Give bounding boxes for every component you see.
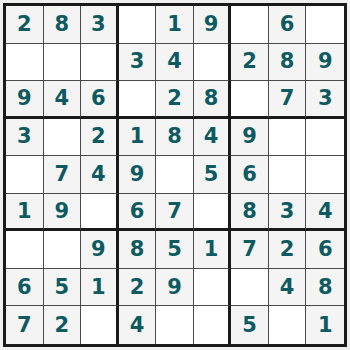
sudoku-cell-r8c4[interactable]: 2	[119, 269, 157, 307]
sudoku-cell-r3c5[interactable]: 2	[156, 81, 194, 119]
sudoku-cell-r6c5[interactable]: 7	[156, 194, 194, 232]
sudoku-cell-r9c6[interactable]	[194, 306, 232, 344]
sudoku-cell-r5c9[interactable]	[306, 156, 344, 194]
sudoku-board: 2831963428994628733218497495619678349851…	[3, 3, 347, 347]
sudoku-cell-r6c3[interactable]	[81, 194, 119, 232]
sudoku-cell-r6c8[interactable]: 3	[269, 194, 307, 232]
sudoku-cell-r2c3[interactable]	[81, 44, 119, 82]
sudoku-cell-r8c2[interactable]: 5	[44, 269, 82, 307]
sudoku-cell-r7c8[interactable]: 2	[269, 231, 307, 269]
sudoku-cell-r8c6[interactable]	[194, 269, 232, 307]
sudoku-cell-r9c3[interactable]	[81, 306, 119, 344]
sudoku-cell-r7c2[interactable]	[44, 231, 82, 269]
sudoku-cell-r6c9[interactable]: 4	[306, 194, 344, 232]
sudoku-cell-r7c1[interactable]	[6, 231, 44, 269]
sudoku-cell-r2c1[interactable]	[6, 44, 44, 82]
sudoku-cell-r5c6[interactable]: 5	[194, 156, 232, 194]
sudoku-cell-r6c4[interactable]: 6	[119, 194, 157, 232]
sudoku-cell-r4c8[interactable]	[269, 119, 307, 157]
sudoku-cell-r1c7[interactable]	[231, 6, 269, 44]
sudoku-cell-r1c5[interactable]: 1	[156, 6, 194, 44]
sudoku-cell-r9c9[interactable]: 1	[306, 306, 344, 344]
sudoku-cell-r5c7[interactable]: 6	[231, 156, 269, 194]
sudoku-cell-r4c7[interactable]: 9	[231, 119, 269, 157]
sudoku-cell-r7c4[interactable]: 8	[119, 231, 157, 269]
sudoku-cell-r1c4[interactable]	[119, 6, 157, 44]
sudoku-cell-r6c6[interactable]	[194, 194, 232, 232]
sudoku-cell-r4c2[interactable]	[44, 119, 82, 157]
sudoku-cell-r8c9[interactable]: 8	[306, 269, 344, 307]
sudoku-cell-r8c8[interactable]: 4	[269, 269, 307, 307]
sudoku-cell-r3c3[interactable]: 6	[81, 81, 119, 119]
sudoku-cell-r6c1[interactable]: 1	[6, 194, 44, 232]
sudoku-cell-r8c5[interactable]: 9	[156, 269, 194, 307]
sudoku-cell-r8c1[interactable]: 6	[6, 269, 44, 307]
sudoku-cell-r5c4[interactable]: 9	[119, 156, 157, 194]
sudoku-cell-r2c9[interactable]: 9	[306, 44, 344, 82]
sudoku-cell-r2c8[interactable]: 8	[269, 44, 307, 82]
sudoku-cell-r6c7[interactable]: 8	[231, 194, 269, 232]
sudoku-cell-r3c7[interactable]	[231, 81, 269, 119]
sudoku-cell-r1c2[interactable]: 8	[44, 6, 82, 44]
sudoku-cell-r2c4[interactable]: 3	[119, 44, 157, 82]
sudoku-cell-r3c8[interactable]: 7	[269, 81, 307, 119]
sudoku-cell-r8c7[interactable]	[231, 269, 269, 307]
sudoku-cell-r9c8[interactable]	[269, 306, 307, 344]
sudoku-cell-r9c1[interactable]: 7	[6, 306, 44, 344]
sudoku-cell-r8c3[interactable]: 1	[81, 269, 119, 307]
sudoku-cell-r5c3[interactable]: 4	[81, 156, 119, 194]
sudoku-cell-r7c3[interactable]: 9	[81, 231, 119, 269]
sudoku-cell-r5c5[interactable]	[156, 156, 194, 194]
sudoku-cell-r1c8[interactable]: 6	[269, 6, 307, 44]
sudoku-cell-r7c5[interactable]: 5	[156, 231, 194, 269]
sudoku-cell-r3c9[interactable]: 3	[306, 81, 344, 119]
sudoku-cell-r3c6[interactable]: 8	[194, 81, 232, 119]
sudoku-cell-r5c8[interactable]	[269, 156, 307, 194]
sudoku-cell-r7c9[interactable]: 6	[306, 231, 344, 269]
sudoku-cell-r9c5[interactable]	[156, 306, 194, 344]
sudoku-cell-r4c1[interactable]: 3	[6, 119, 44, 157]
sudoku-cell-r4c9[interactable]	[306, 119, 344, 157]
sudoku-cell-r1c3[interactable]: 3	[81, 6, 119, 44]
sudoku-cell-r4c5[interactable]: 8	[156, 119, 194, 157]
sudoku-cell-r4c6[interactable]: 4	[194, 119, 232, 157]
sudoku-cell-r2c5[interactable]: 4	[156, 44, 194, 82]
sudoku-cell-r3c4[interactable]	[119, 81, 157, 119]
sudoku-cell-r2c7[interactable]: 2	[231, 44, 269, 82]
sudoku-cell-r6c2[interactable]: 9	[44, 194, 82, 232]
sudoku-cell-r5c2[interactable]: 7	[44, 156, 82, 194]
sudoku-cell-r3c1[interactable]: 9	[6, 81, 44, 119]
sudoku-cell-r3c2[interactable]: 4	[44, 81, 82, 119]
sudoku-cell-r9c4[interactable]: 4	[119, 306, 157, 344]
sudoku-cell-r4c4[interactable]: 1	[119, 119, 157, 157]
sudoku-cell-r1c1[interactable]: 2	[6, 6, 44, 44]
sudoku-cell-r4c3[interactable]: 2	[81, 119, 119, 157]
sudoku-cell-r2c2[interactable]	[44, 44, 82, 82]
sudoku-cell-r9c2[interactable]: 2	[44, 306, 82, 344]
sudoku-cell-r9c7[interactable]: 5	[231, 306, 269, 344]
sudoku-cell-r7c6[interactable]: 1	[194, 231, 232, 269]
sudoku-cell-r1c6[interactable]: 9	[194, 6, 232, 44]
sudoku-cell-r5c1[interactable]	[6, 156, 44, 194]
sudoku-cell-r1c9[interactable]	[306, 6, 344, 44]
sudoku-cell-r7c7[interactable]: 7	[231, 231, 269, 269]
sudoku-cell-r2c6[interactable]	[194, 44, 232, 82]
